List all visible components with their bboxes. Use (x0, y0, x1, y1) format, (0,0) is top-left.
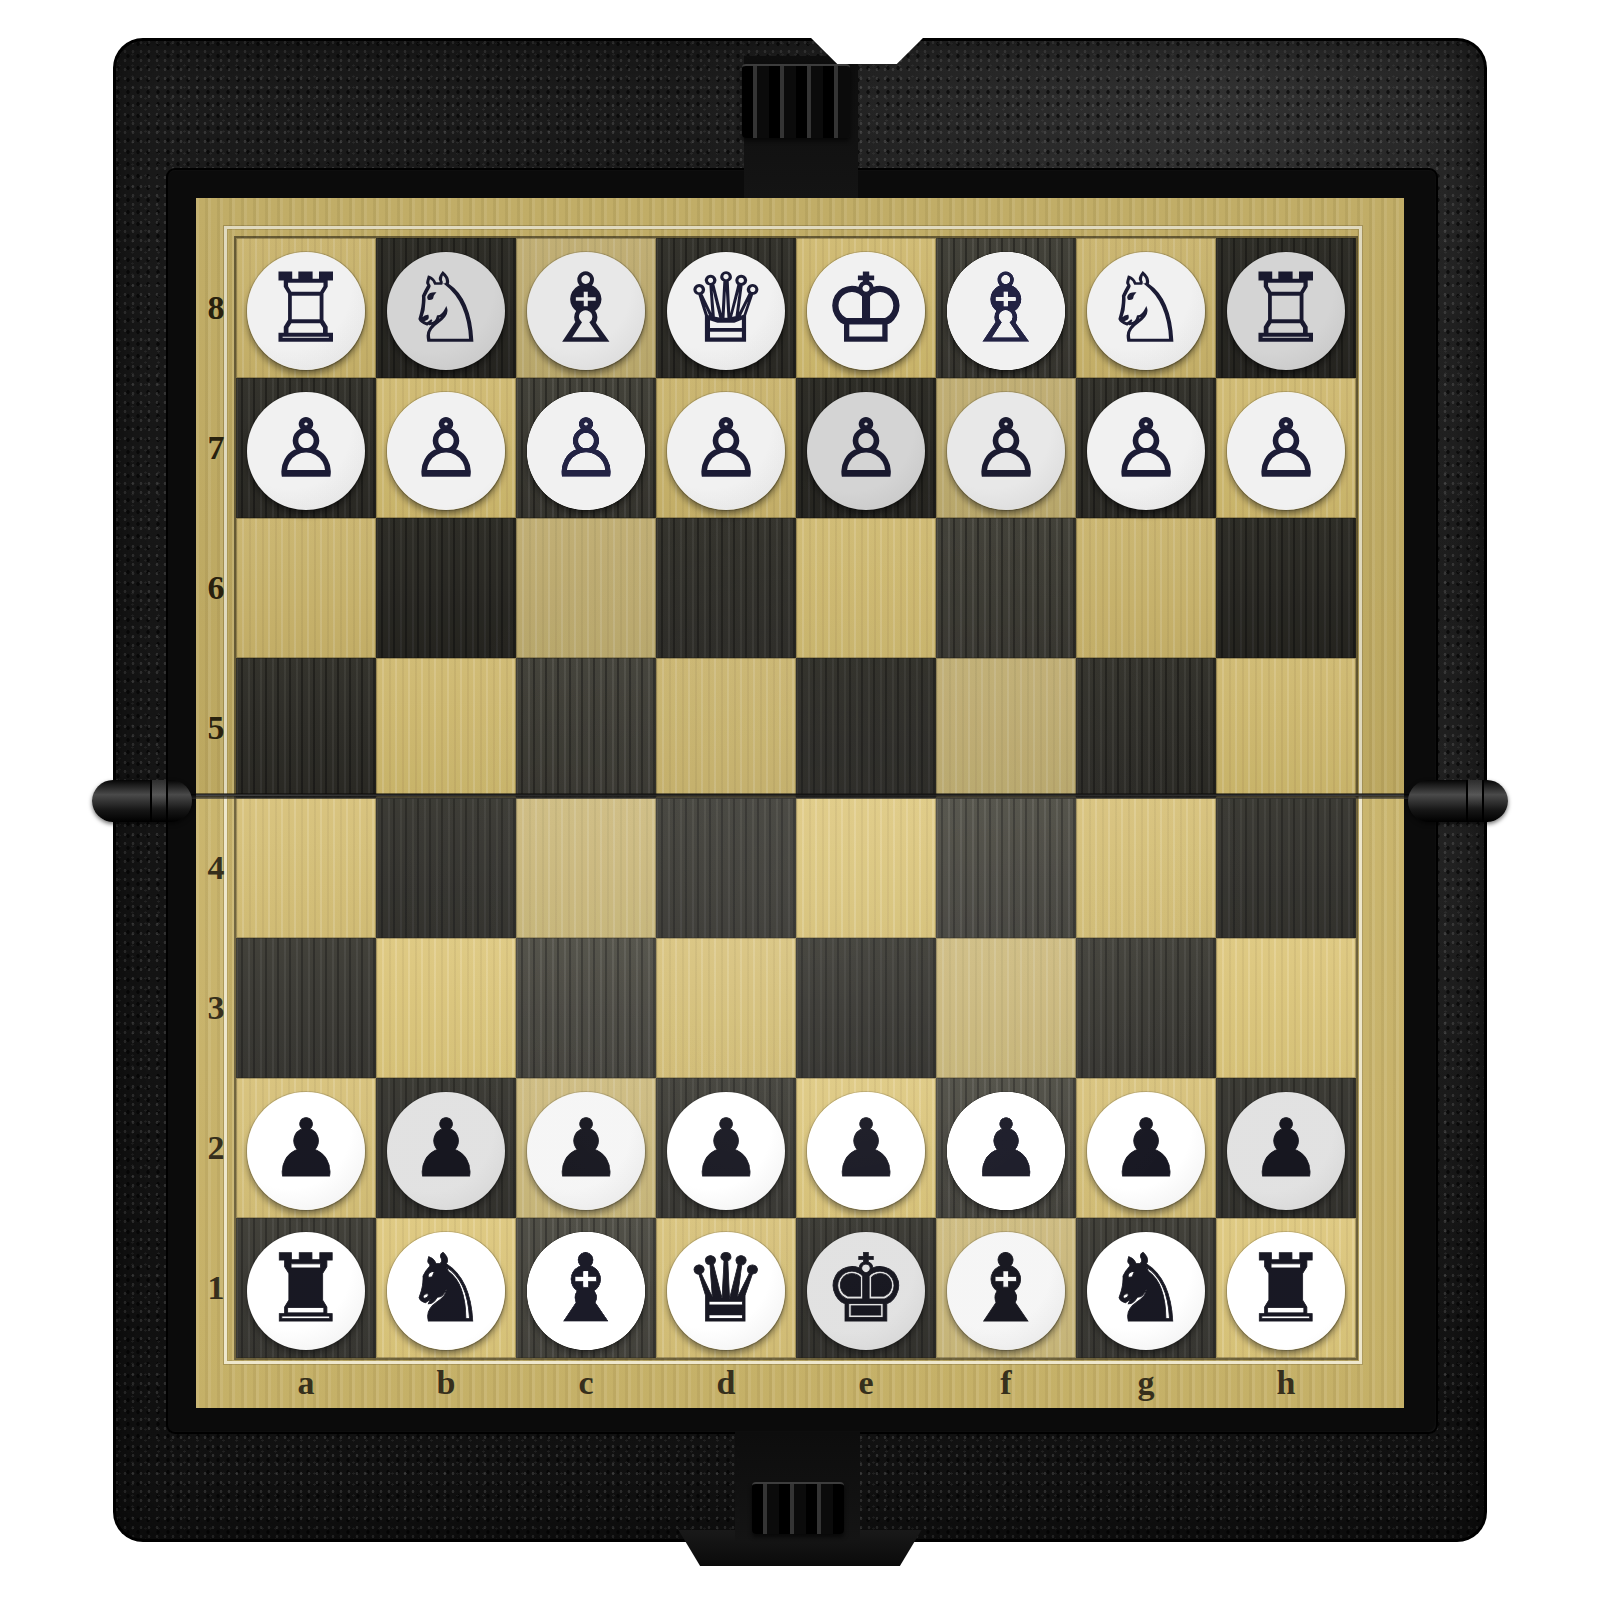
square-h5[interactable] (1216, 658, 1356, 798)
hinge-knuckle-left (92, 780, 192, 822)
chess-board: ♖♘♗♕♔♗♘♖♙♙♙♙♙♙♙♙♟♟♟♟♟♟♟♟♜♞♝♛♚♝♞♜ 8765432… (196, 198, 1404, 1408)
black-knight-glyph: ♞ (1104, 1242, 1188, 1336)
piece-black-pawn-h2[interactable]: ♟ (1227, 1092, 1345, 1210)
piece-black-knight-b1[interactable]: ♞ (387, 1232, 505, 1350)
square-a1[interactable]: ♜ (236, 1218, 376, 1358)
square-f1[interactable]: ♝ (936, 1218, 1076, 1358)
piece-white-pawn-d7[interactable]: ♙ (667, 392, 785, 510)
square-d7[interactable]: ♙ (656, 378, 796, 518)
square-d5[interactable] (656, 658, 796, 798)
square-f5[interactable] (936, 658, 1076, 798)
file-label-d: d (656, 1360, 796, 1406)
square-g5[interactable] (1076, 658, 1216, 798)
square-b8[interactable]: ♘ (376, 238, 516, 378)
square-h1[interactable]: ♜ (1216, 1218, 1356, 1358)
square-g2[interactable]: ♟ (1076, 1078, 1216, 1218)
square-h7[interactable]: ♙ (1216, 378, 1356, 518)
black-pawn-glyph: ♟ (1250, 1109, 1322, 1189)
file-label-e: e (796, 1360, 936, 1406)
square-d8[interactable]: ♕ (656, 238, 796, 378)
white-pawn-glyph: ♙ (830, 409, 902, 489)
white-knight-glyph: ♘ (404, 262, 488, 356)
square-b6[interactable] (376, 518, 516, 658)
white-pawn-glyph: ♙ (690, 409, 762, 489)
square-d3[interactable] (656, 938, 796, 1078)
square-g4[interactable] (1076, 798, 1216, 938)
rank-label-2: 2 (198, 1078, 234, 1218)
white-bishop-glyph: ♗ (544, 262, 628, 356)
square-f6[interactable] (936, 518, 1076, 658)
square-h2[interactable]: ♟ (1216, 1078, 1356, 1218)
piece-white-bishop-c8[interactable]: ♗ (527, 252, 645, 370)
rank-label-5: 5 (198, 658, 234, 798)
piece-black-pawn-d2[interactable]: ♟ (667, 1092, 785, 1210)
piece-white-pawn-h7[interactable]: ♙ (1227, 392, 1345, 510)
square-h8[interactable]: ♖ (1216, 238, 1356, 378)
square-b3[interactable] (376, 938, 516, 1078)
square-a4[interactable] (236, 798, 376, 938)
square-e3[interactable] (796, 938, 936, 1078)
square-b5[interactable] (376, 658, 516, 798)
piece-white-pawn-b7[interactable]: ♙ (387, 392, 505, 510)
black-rook-glyph: ♜ (264, 1242, 348, 1336)
square-c6[interactable] (516, 518, 656, 658)
piece-white-pawn-c7[interactable]: ♙ (527, 392, 645, 510)
black-pawn-glyph: ♟ (1110, 1109, 1182, 1189)
white-rook-glyph: ♖ (264, 262, 348, 356)
white-pawn-glyph: ♙ (1110, 409, 1182, 489)
black-knight-glyph: ♞ (404, 1242, 488, 1336)
square-a2[interactable]: ♟ (236, 1078, 376, 1218)
square-g8[interactable]: ♘ (1076, 238, 1216, 378)
black-pawn-glyph: ♟ (690, 1109, 762, 1189)
white-pawn-glyph: ♙ (270, 409, 342, 489)
piece-black-pawn-a2[interactable]: ♟ (247, 1092, 365, 1210)
piece-black-queen-d1[interactable]: ♛ (667, 1232, 785, 1350)
rank-label-8: 8 (198, 238, 234, 378)
case-fold-seam (113, 794, 1487, 799)
square-c5[interactable] (516, 658, 656, 798)
piece-white-pawn-f7[interactable]: ♙ (947, 392, 1065, 510)
square-e8[interactable]: ♔ (796, 238, 936, 378)
piece-white-bishop-f8[interactable]: ♗ (947, 252, 1065, 370)
piece-black-pawn-e2[interactable]: ♟ (807, 1092, 925, 1210)
piece-white-pawn-g7[interactable]: ♙ (1087, 392, 1205, 510)
pocket-chess-set-photo: ♖♘♗♕♔♗♘♖♙♙♙♙♙♙♙♙♟♟♟♟♟♟♟♟♜♞♝♛♚♝♞♜ 8765432… (0, 0, 1600, 1600)
black-king-glyph: ♚ (824, 1242, 908, 1336)
file-label-b: b (376, 1360, 516, 1406)
square-c2[interactable]: ♟ (516, 1078, 656, 1218)
square-g6[interactable] (1076, 518, 1216, 658)
piece-white-pawn-a7[interactable]: ♙ (247, 392, 365, 510)
white-pawn-glyph: ♙ (1250, 409, 1322, 489)
square-e7[interactable]: ♙ (796, 378, 936, 518)
square-e4[interactable] (796, 798, 936, 938)
piece-white-knight-g8[interactable]: ♘ (1087, 252, 1205, 370)
square-c1[interactable]: ♝ (516, 1218, 656, 1358)
square-c8[interactable]: ♗ (516, 238, 656, 378)
square-g1[interactable]: ♞ (1076, 1218, 1216, 1358)
white-king-glyph: ♔ (824, 262, 908, 356)
black-pawn-glyph: ♟ (830, 1109, 902, 1189)
piece-white-rook-h8[interactable]: ♖ (1227, 252, 1345, 370)
square-f3[interactable] (936, 938, 1076, 1078)
square-g3[interactable] (1076, 938, 1216, 1078)
black-pawn-glyph: ♟ (970, 1109, 1042, 1189)
rank-label-6: 6 (198, 518, 234, 658)
square-b4[interactable] (376, 798, 516, 938)
square-a3[interactable] (236, 938, 376, 1078)
piece-black-bishop-f1[interactable]: ♝ (947, 1232, 1065, 1350)
square-a5[interactable] (236, 658, 376, 798)
black-pawn-glyph: ♟ (550, 1109, 622, 1189)
rank-label-3: 3 (198, 938, 234, 1078)
square-e2[interactable]: ♟ (796, 1078, 936, 1218)
white-pawn-glyph: ♙ (550, 409, 622, 489)
white-knight-glyph: ♘ (1104, 262, 1188, 356)
square-f2[interactable]: ♟ (936, 1078, 1076, 1218)
bottom-clasp-latch[interactable] (752, 1482, 844, 1534)
piece-black-pawn-g2[interactable]: ♟ (1087, 1092, 1205, 1210)
square-d2[interactable]: ♟ (656, 1078, 796, 1218)
file-label-h: h (1216, 1360, 1356, 1406)
black-pawn-glyph: ♟ (270, 1109, 342, 1189)
square-b2[interactable]: ♟ (376, 1078, 516, 1218)
piece-white-pawn-e7[interactable]: ♙ (807, 392, 925, 510)
white-rook-glyph: ♖ (1244, 262, 1328, 356)
piece-white-queen-d8[interactable]: ♕ (667, 252, 785, 370)
white-pawn-glyph: ♙ (410, 409, 482, 489)
square-d6[interactable] (656, 518, 796, 658)
square-a7[interactable]: ♙ (236, 378, 376, 518)
square-f7[interactable]: ♙ (936, 378, 1076, 518)
white-queen-glyph: ♕ (684, 262, 768, 356)
file-label-a: a (236, 1360, 376, 1406)
black-rook-glyph: ♜ (1244, 1242, 1328, 1336)
square-d4[interactable] (656, 798, 796, 938)
square-c3[interactable] (516, 938, 656, 1078)
piece-white-knight-b8[interactable]: ♘ (387, 252, 505, 370)
square-h4[interactable] (1216, 798, 1356, 938)
piece-black-knight-g1[interactable]: ♞ (1087, 1232, 1205, 1350)
square-d1[interactable]: ♛ (656, 1218, 796, 1358)
square-g7[interactable]: ♙ (1076, 378, 1216, 518)
square-c7[interactable]: ♙ (516, 378, 656, 518)
piece-black-king-e1[interactable]: ♚ (807, 1232, 925, 1350)
white-bishop-glyph: ♗ (964, 262, 1048, 356)
piece-black-pawn-c2[interactable]: ♟ (527, 1092, 645, 1210)
hinge-knuckle-right (1408, 780, 1508, 822)
square-a6[interactable] (236, 518, 376, 658)
piece-black-rook-a1[interactable]: ♜ (247, 1232, 365, 1350)
file-label-f: f (936, 1360, 1076, 1406)
piece-black-pawn-f2[interactable]: ♟ (947, 1092, 1065, 1210)
square-c4[interactable] (516, 798, 656, 938)
square-a8[interactable]: ♖ (236, 238, 376, 378)
file-label-g: g (1076, 1360, 1216, 1406)
square-e6[interactable] (796, 518, 936, 658)
black-pawn-glyph: ♟ (410, 1109, 482, 1189)
piece-black-pawn-b2[interactable]: ♟ (387, 1092, 505, 1210)
square-h3[interactable] (1216, 938, 1356, 1078)
black-bishop-glyph: ♝ (544, 1242, 628, 1336)
square-b1[interactable]: ♞ (376, 1218, 516, 1358)
square-e1[interactable]: ♚ (796, 1218, 936, 1358)
white-pawn-glyph: ♙ (970, 409, 1042, 489)
black-queen-glyph: ♛ (684, 1242, 768, 1336)
rank-label-7: 7 (198, 378, 234, 518)
square-f8[interactable]: ♗ (936, 238, 1076, 378)
square-e5[interactable] (796, 658, 936, 798)
square-f4[interactable] (936, 798, 1076, 938)
piece-white-rook-a8[interactable]: ♖ (247, 252, 365, 370)
square-b7[interactable]: ♙ (376, 378, 516, 518)
top-clasp-latch[interactable] (742, 64, 850, 138)
rank-label-1: 1 (198, 1218, 234, 1358)
piece-black-rook-h1[interactable]: ♜ (1227, 1232, 1345, 1350)
file-label-c: c (516, 1360, 656, 1406)
rank-label-4: 4 (198, 798, 234, 938)
piece-black-bishop-c1[interactable]: ♝ (527, 1232, 645, 1350)
black-bishop-glyph: ♝ (964, 1242, 1048, 1336)
piece-white-king-e8[interactable]: ♔ (807, 252, 925, 370)
square-h6[interactable] (1216, 518, 1356, 658)
